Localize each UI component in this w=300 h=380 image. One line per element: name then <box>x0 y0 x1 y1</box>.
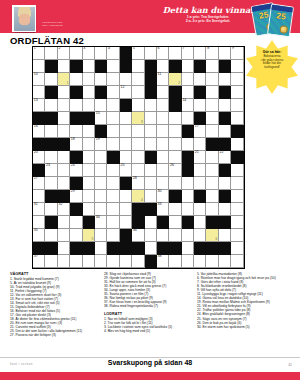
grid-cell-r7c9 <box>132 125 144 138</box>
grid-cell-r6c16 <box>219 112 231 125</box>
clue-number: 8 <box>207 47 209 51</box>
grid-cell-r1c14 <box>194 47 206 60</box>
grid-cell-r1c6 <box>95 47 107 60</box>
yellow-cell-index: 6 <box>215 238 217 241</box>
grid-cell-r13c2 <box>45 203 57 216</box>
grid-cell-r6c9: 3 <box>132 112 144 125</box>
grid-cell-r2c16 <box>219 60 231 73</box>
grid-cell-r6c1 <box>33 112 45 125</box>
grid-cell-r10c16 <box>219 164 231 177</box>
grid-cell-r3c8 <box>120 73 132 86</box>
grid-cell-r14c10 <box>145 216 157 229</box>
clue-number: 16 <box>34 125 38 129</box>
grid-cell-r5c16 <box>219 99 231 112</box>
grid-cell-r7c3 <box>58 125 70 138</box>
grid-cell-r2c4 <box>70 60 82 73</box>
grid-cell-r15c5: 5 <box>83 229 95 242</box>
grid-cell-r11c12 <box>169 177 181 190</box>
clue-item: 30. En storm som har spökstorm (5) <box>197 325 293 329</box>
constructor-photo <box>12 5 36 32</box>
grid-cell-r3c6 <box>95 73 107 86</box>
grid-cell-r4c5 <box>83 86 95 99</box>
clue-number: 12 <box>120 86 124 90</box>
grid-cell-r11c11 <box>157 177 169 190</box>
grid-cell-r12c17 <box>231 190 243 203</box>
grid-cell-r9c5 <box>83 151 95 164</box>
grid-cell-r3c17 <box>231 73 243 86</box>
grid-cell-r5c11 <box>157 99 169 112</box>
grid-cell-r14c15 <box>206 216 218 229</box>
grid-cell-r3c2 <box>45 73 57 86</box>
grid-cell-r9c1: 20 <box>33 151 45 164</box>
grid-cell-r9c15 <box>206 151 218 164</box>
grid-cell-r16c12 <box>169 242 181 255</box>
grid-cell-r8c9 <box>132 138 144 151</box>
grid-cell-r3c3: 1 <box>58 73 70 86</box>
grid-cell-r6c2 <box>45 112 57 125</box>
grid-cell-r1c13: 7 <box>182 47 194 60</box>
clue-number: 4 <box>108 47 110 51</box>
grid-cell-r13c14 <box>194 203 206 216</box>
grid-cell-r3c14 <box>194 73 206 86</box>
grid-cell-r14c1 <box>33 216 45 229</box>
footer-divider <box>0 357 300 358</box>
clue-number: 32 <box>58 203 62 207</box>
clue-number: 36 <box>133 229 137 233</box>
grid-cell-r2c12 <box>169 60 181 73</box>
grid-cell-r4c12 <box>169 86 181 99</box>
grid-cell-r2c2 <box>45 60 57 73</box>
clue-number: 17 <box>195 125 199 129</box>
grid-cell-r17c17 <box>231 255 243 268</box>
clue-number: 31 <box>34 203 38 207</box>
grid-cell-r1c7: 4 <box>107 47 119 60</box>
grid-cell-r7c11 <box>157 125 169 138</box>
grid-cell-r14c8 <box>120 216 132 229</box>
grid-cell-r1c12 <box>169 47 181 60</box>
clue-number: 18 <box>71 138 75 142</box>
grid-cell-r6c10 <box>145 112 157 125</box>
grid-cell-r5c15 <box>206 99 218 112</box>
grid-cell-r17c6 <box>95 255 107 268</box>
clue-column-1: VÅGRÄTT1. Starkt kryddat med kummin (7)5… <box>10 272 100 337</box>
clue-number: 13 <box>34 99 38 103</box>
grid-cell-r15c14 <box>194 229 206 242</box>
grid-cell-r13c15 <box>206 203 218 216</box>
grid-cell-r12c8 <box>120 190 132 203</box>
grid-cell-r6c13 <box>182 112 194 125</box>
clue-number: 30 <box>158 190 162 194</box>
grid-cell-r8c1 <box>33 138 45 151</box>
grid-cell-r15c9: 36 <box>132 229 144 242</box>
clue-number: 23 <box>46 164 50 168</box>
grid-cell-r4c9 <box>132 86 144 99</box>
grid-cell-r5c1: 13 <box>33 99 45 112</box>
grid-cell-r16c16 <box>219 242 231 255</box>
clue-item: 4. Blev en hög hög med ved (5) <box>104 329 194 333</box>
grid-cell-r4c3 <box>58 86 70 99</box>
grid-cell-r1c2 <box>45 47 57 60</box>
grid-cell-r5c3 <box>58 99 70 112</box>
grid-cell-r5c2 <box>45 99 57 112</box>
clue-number: 20 <box>34 151 38 155</box>
grid-cell-r4c1 <box>33 86 45 99</box>
grid-cell-r6c4 <box>70 112 82 125</box>
clue-number: 28 <box>133 177 137 181</box>
clue-number: 15 <box>96 112 100 116</box>
grid-cell-r4c7 <box>107 86 119 99</box>
grid-cell-r16c4 <box>70 242 82 255</box>
grid-cell-r1c8 <box>120 47 132 60</box>
grid-cell-r8c11 <box>157 138 169 151</box>
grid-cell-r13c5 <box>83 203 95 216</box>
grid-cell-r12c16 <box>219 190 231 203</box>
grid-cell-r11c6 <box>95 177 107 190</box>
clue-number: 5 <box>133 47 135 51</box>
grid-cell-r11c13 <box>182 177 194 190</box>
clue-number: 35 <box>34 229 38 233</box>
grid-cell-r6c17 <box>231 112 243 125</box>
ticket-value: 25 <box>270 10 292 23</box>
grid-cell-r11c1: 27 <box>33 177 45 190</box>
grid-cell-r8c7 <box>107 138 119 151</box>
grid-cell-r3c5 <box>83 73 95 86</box>
grid-cell-r15c8 <box>120 229 132 242</box>
grid-cell-r1c16 <box>219 47 231 60</box>
grid-cell-r17c7 <box>107 255 119 268</box>
grid-cell-r8c6: 19 <box>95 138 107 151</box>
clue-column-2: 28. Slog rot i björkarnas stad (9)29. Gj… <box>104 272 194 333</box>
grid-cell-r7c5 <box>83 125 95 138</box>
grid-cell-r8c12 <box>169 138 181 151</box>
grid-cell-r15c2 <box>45 229 57 242</box>
yellow-cell-index: 3 <box>141 121 143 124</box>
grid-cell-r16c13 <box>182 242 194 255</box>
constructor-byline: KONSTRUKTÖR: LENA PERSSON <box>42 21 63 27</box>
yellow-cell-index: 5 <box>92 238 94 241</box>
grid-cell-r5c7 <box>107 99 119 112</box>
grid-cell-r9c17 <box>231 151 243 164</box>
grid-cell-r8c14 <box>194 138 206 151</box>
grid-cell-r17c13 <box>182 255 194 268</box>
grid-cell-r2c11 <box>157 60 169 73</box>
grid-cell-r3c1: 10 <box>33 73 45 86</box>
grid-cell-r9c6 <box>95 151 107 164</box>
grid-cell-r3c13 <box>182 73 194 86</box>
clue-number: 29 <box>71 190 75 194</box>
grid-cell-r13c12 <box>169 203 181 216</box>
grid-cell-r17c10 <box>145 255 157 268</box>
clue-number: 9 <box>232 47 234 51</box>
grid-cell-r15c3 <box>58 229 70 242</box>
grid-cell-r14c13 <box>182 216 194 229</box>
grid-cell-r12c6 <box>95 190 107 203</box>
grid-cell-r11c3 <box>58 177 70 190</box>
grid-cell-r13c17 <box>231 203 243 216</box>
grid-cell-r16c2 <box>45 242 57 255</box>
grid-cell-r2c7 <box>107 60 119 73</box>
grid-cell-r2c10 <box>145 60 157 73</box>
clue-number: 22 <box>220 151 224 155</box>
grid-cell-r4c16 <box>219 86 231 99</box>
grid-cell-r15c12 <box>169 229 181 242</box>
grid-cell-r10c5 <box>83 164 95 177</box>
grid-cell-r17c4 <box>70 255 82 268</box>
grid-cell-r12c9: 4 <box>132 190 144 203</box>
clue-number: 14 <box>182 99 186 103</box>
grid-cell-r6c5 <box>83 112 95 125</box>
grid-cell-r14c17 <box>231 216 243 229</box>
grid-cell-r17c16 <box>219 255 231 268</box>
clue-number: 33 <box>158 203 162 207</box>
grid-cell-r14c12 <box>169 216 181 229</box>
grid-cell-r4c11 <box>157 86 169 99</box>
grid-cell-r2c6 <box>95 60 107 73</box>
grid-cell-r9c10 <box>145 151 157 164</box>
grid-cell-r6c6: 15 <box>95 112 107 125</box>
grid-cell-r14c5 <box>83 216 95 229</box>
grid-cell-r2c9 <box>132 60 144 73</box>
grid-cell-r14c2 <box>45 216 57 229</box>
grid-cell-r14c14 <box>194 216 206 229</box>
grid-cell-r6c14 <box>194 112 206 125</box>
grid-cell-r5c10 <box>145 99 157 112</box>
grid-cell-r9c11 <box>157 151 169 164</box>
grid-cell-r16c8 <box>120 242 132 255</box>
grid-cell-r17c9 <box>132 255 144 268</box>
grid-cell-r7c16 <box>219 125 231 138</box>
grid-cell-r9c8 <box>120 151 132 164</box>
grid-cell-r6c8 <box>120 112 132 125</box>
grid-cell-r16c7 <box>107 242 119 255</box>
prize-line2: 2:a–3:e pris: En Sverigelott. <box>158 19 258 23</box>
clue-number: 21 <box>195 151 199 155</box>
grid-cell-r7c4 <box>70 125 82 138</box>
footer-red-bar <box>0 372 300 380</box>
grid-cell-r8c2 <box>45 138 57 151</box>
grid-cell-r7c14: 17 <box>194 125 206 138</box>
grid-cell-r10c15 <box>206 164 218 177</box>
clue-number: 25 <box>120 164 124 168</box>
grid-cell-r15c10 <box>145 229 157 242</box>
grid-cell-r10c14 <box>194 164 206 177</box>
grid-cell-r10c13 <box>182 164 194 177</box>
grid-cell-r16c9 <box>132 242 144 255</box>
grid-cell-r9c2 <box>45 151 57 164</box>
grid-cell-r12c14 <box>194 190 206 203</box>
grid-cell-r13c4 <box>70 203 82 216</box>
grid-cell-r7c12 <box>169 125 181 138</box>
grid-cell-r7c17 <box>231 125 243 138</box>
grid-cell-r13c6 <box>95 203 107 216</box>
grid-cell-r12c15 <box>206 190 218 203</box>
grid-cell-r11c7 <box>107 177 119 190</box>
grid-cell-r16c14 <box>194 242 206 255</box>
clue-number: 26 <box>170 164 174 168</box>
grid-cell-r7c13 <box>182 125 194 138</box>
clue-number: 24 <box>71 164 75 168</box>
grid-cell-r17c14 <box>194 255 206 268</box>
grid-cell-r7c1: 16 <box>33 125 45 138</box>
grid-cell-r15c11 <box>157 229 169 242</box>
grid-cell-r15c17 <box>231 229 243 242</box>
grid-cell-r3c11: 11 <box>157 73 169 86</box>
grid-cell-r13c10 <box>145 203 157 216</box>
grid-cell-r4c8: 12 <box>120 86 132 99</box>
grid-cell-r16c15 <box>206 242 218 255</box>
grid-cell-r12c3 <box>58 190 70 203</box>
grid-cell-r7c2 <box>45 125 57 138</box>
grid-cell-r10c1 <box>33 164 45 177</box>
grid-cell-r11c10 <box>145 177 157 190</box>
grid-cell-r2c1 <box>33 60 45 73</box>
grid-cell-r5c13: 14 <box>182 99 194 112</box>
grid-cell-r1c11: 6 <box>157 47 169 60</box>
grid-cell-r1c17: 9 <box>231 47 243 60</box>
grid-cell-r2c5 <box>83 60 95 73</box>
grid-cell-r13c1: 31 <box>33 203 45 216</box>
grid-cell-r8c8 <box>120 138 132 151</box>
grid-cell-r8c4: 18 <box>70 138 82 151</box>
yellow-cell-index: 1 <box>67 82 69 85</box>
grid-cell-r15c4 <box>70 229 82 242</box>
clue-number: 6 <box>158 47 160 51</box>
grid-cell-r4c15 <box>206 86 218 99</box>
grid-cell-r2c3 <box>58 60 70 73</box>
grid-cell-r10c7 <box>107 164 119 177</box>
grid-cell-r12c1 <box>33 190 45 203</box>
grid-cell-r3c4 <box>70 73 82 86</box>
grid-cell-r1c4 <box>70 47 82 60</box>
grid-cell-r4c14 <box>194 86 206 99</box>
grid-cell-r1c15: 8 <box>206 47 218 60</box>
grid-cell-r4c6 <box>95 86 107 99</box>
byline-line2: LENA PERSSON <box>42 24 63 27</box>
grid-cell-r9c13 <box>182 151 194 164</box>
grid-cell-r12c7 <box>107 190 119 203</box>
grid-cell-r6c7 <box>107 112 119 125</box>
grid-cell-r13c7 <box>107 203 119 216</box>
grid-cell-r15c15: 6 <box>206 229 218 242</box>
clue-number: 2 <box>58 47 60 51</box>
grid-cell-r1c3: 2 <box>58 47 70 60</box>
grid-cell-r5c8 <box>120 99 132 112</box>
grid-cell-r9c14: 21 <box>194 151 206 164</box>
grid-cell-r10c12: 26 <box>169 164 181 177</box>
prize-headline: Detta kan du vinna: <box>158 6 258 15</box>
grid-cell-r2c14 <box>194 60 206 73</box>
grid-cell-r6c11 <box>157 112 169 125</box>
clue-number: 7 <box>182 47 184 51</box>
grid-cell-r11c15 <box>206 177 218 190</box>
page-title: ORDFLÄTAN 42 <box>10 35 84 46</box>
grid-cell-r3c9 <box>132 73 144 86</box>
grid-cell-r17c11: 38 <box>157 255 169 268</box>
grid-cell-r16c3 <box>58 242 70 255</box>
grid-cell-r5c12 <box>169 99 181 112</box>
grid-cell-r17c1: 37 <box>33 255 45 268</box>
grid-cell-r16c5 <box>83 242 95 255</box>
grid-cell-r11c14 <box>194 177 206 190</box>
grid-cell-r11c4 <box>70 177 82 190</box>
grid-cell-r7c7 <box>107 125 119 138</box>
grid-cell-r10c10 <box>145 164 157 177</box>
grid-cell-r6c15 <box>206 112 218 125</box>
grid-cell-r14c11 <box>157 216 169 229</box>
grid-cell-r3c12: 2 <box>169 73 181 86</box>
grid-cell-r17c3 <box>58 255 70 268</box>
grid-cell-r8c16 <box>219 138 231 151</box>
grid-cell-r6c12 <box>169 112 181 125</box>
grid-cell-r10c4: 24 <box>70 164 82 177</box>
grid-cell-r5c17 <box>231 99 243 112</box>
grid-cell-r12c12 <box>169 190 181 203</box>
clue-number: 19 <box>96 138 100 142</box>
grid-cell-r7c10 <box>145 125 157 138</box>
grid-cell-r7c8 <box>120 125 132 138</box>
grid-cell-r11c17 <box>231 177 243 190</box>
clue-number: 37 <box>34 255 38 259</box>
grid-cell-r13c9 <box>132 203 144 216</box>
grid-cell-r9c3 <box>58 151 70 164</box>
grid-cell-r7c15 <box>206 125 218 138</box>
grid-cell-r8c3 <box>58 138 70 151</box>
answer-coupon-note: Svarskupong på sidan 48 <box>0 359 300 366</box>
grid-cell-r8c15 <box>206 138 218 151</box>
grid-cell-r3c15 <box>206 73 218 86</box>
grid-cell-r12c10 <box>145 190 157 203</box>
grid-cell-r11c2 <box>45 177 57 190</box>
clue-number: 11 <box>158 73 162 77</box>
grid-cell-r2c15 <box>206 60 218 73</box>
grid-cell-r15c16 <box>219 229 231 242</box>
grid-cell-r7c6 <box>95 125 107 138</box>
grid-cell-r14c6: 34 <box>95 216 107 229</box>
grid-cell-r17c2 <box>45 255 57 268</box>
grid-cell-r8c13 <box>182 138 194 151</box>
grid-cell-r11c9: 28 <box>132 177 144 190</box>
grid-cell-r17c12 <box>169 255 181 268</box>
grid-cell-r3c7 <box>107 73 119 86</box>
grid-cell-r10c17 <box>231 164 243 177</box>
clue-number: 3 <box>83 47 85 51</box>
clue-number: 27 <box>34 177 38 181</box>
yellow-cell-index: 2 <box>178 82 180 85</box>
grid-cell-r16c17 <box>231 242 243 255</box>
grid-cell-r14c4 <box>70 216 82 229</box>
grid-cell-r14c7 <box>107 216 119 229</box>
grid-cell-r14c3 <box>58 216 70 229</box>
grid-cell-r8c17 <box>231 138 243 151</box>
grid-cell-r14c16 <box>219 216 231 229</box>
grid-cell-r2c13 <box>182 60 194 73</box>
grid-cell-r5c6 <box>95 99 107 112</box>
grid-cell-r6c3 <box>58 112 70 125</box>
grid-cell-r11c5 <box>83 177 95 190</box>
grid-cell-r4c2 <box>45 86 57 99</box>
grid-cell-r1c1: 1 <box>33 47 45 60</box>
grid-cell-r9c16: 22 <box>219 151 231 164</box>
grid-cell-r1c10 <box>145 47 157 60</box>
grid-cell-r17c15 <box>206 255 218 268</box>
grid-cell-r10c2: 23 <box>45 164 57 177</box>
grid-cell-r10c6 <box>95 164 107 177</box>
grid-cell-r11c8 <box>120 177 132 190</box>
yellow-cell-index: 4 <box>141 199 143 202</box>
coin-icon <box>279 25 288 34</box>
grid-cell-r9c4 <box>70 151 82 164</box>
grid-cell-r4c13 <box>182 86 194 99</box>
